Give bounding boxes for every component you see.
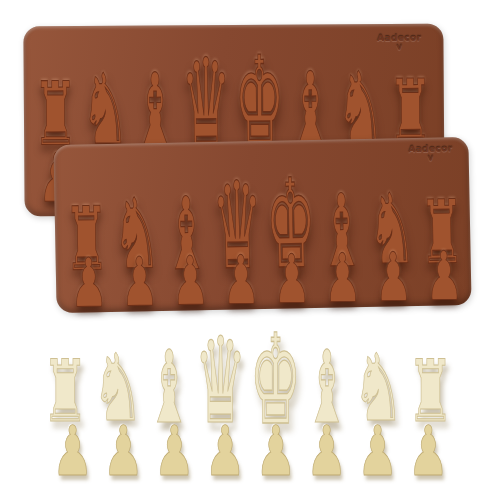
mold2-cavity-pawn: ♟ <box>374 244 413 312</box>
mold1-major-pieces-row: ♜ ♞ ♝ ♛ ♚ ♝ ♞ ♜ <box>32 32 433 150</box>
chocolate-pawn: ♟ <box>357 417 398 486</box>
chocolate-pieces-row: ♜ ♞ ♝ ♛ ♚ ♝ ♞ ♜ <box>42 306 454 426</box>
chocolate-pawn: ♟ <box>306 417 347 486</box>
mold-tray-2: Aadecor V ♜ ♞ ♝ ♛ ♚ ♝ ♞ ♜ ♟ ♟ ♟ ♟ ♟ ♟ ♟ … <box>53 137 471 313</box>
chocolate-pawn: ♟ <box>408 417 449 486</box>
mold2-cavity-pawn: ♟ <box>272 246 311 314</box>
chocolate-pawns-row: ♟ ♟ ♟ ♟ ♟ ♟ ♟ ♟ <box>52 428 449 480</box>
mold2-cavity-pawn: ♟ <box>323 245 362 313</box>
chocolate-pawn: ♟ <box>52 417 93 486</box>
chocolate-pawn: ♟ <box>204 417 245 486</box>
chocolate-pawn: ♟ <box>103 417 144 486</box>
mold2-cavity-pawn: ♟ <box>222 247 261 315</box>
product-photo: Aadecor V ♜ ♞ ♝ ♛ ♚ ♝ ♞ ♜ ♟ ♟ ♟ ♟ ♟ ♟ ♟ … <box>0 0 500 500</box>
chocolate-pawn: ♟ <box>154 417 195 486</box>
mold2-cavity-pawn: ♟ <box>425 243 464 311</box>
chocolate-pawn: ♟ <box>255 417 296 486</box>
mold2-pawns-row: ♟ ♟ ♟ ♟ ♟ ♟ ♟ ♟ <box>70 250 464 312</box>
